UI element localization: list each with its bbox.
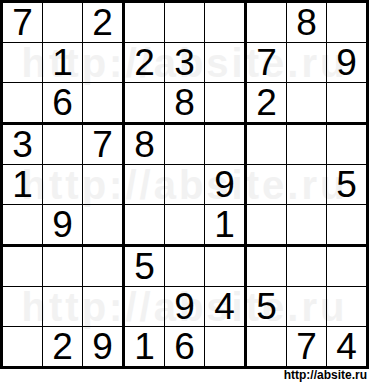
cell-r3c6[interactable] (205, 83, 247, 125)
cell-r7c7[interactable] (247, 247, 287, 287)
cell-r4c6[interactable] (205, 125, 247, 165)
cell-r1c1[interactable]: 7 (3, 3, 43, 43)
cell-r5c6[interactable]: 9 (205, 165, 247, 205)
cell-r8c5[interactable]: 9 (165, 287, 205, 327)
cell-r2c2[interactable]: 1 (43, 43, 83, 83)
cell-r2c9[interactable]: 9 (327, 43, 366, 83)
cell-r9c4[interactable]: 1 (125, 327, 165, 366)
cell-r8c9[interactable] (327, 287, 366, 327)
cell-r1c4[interactable] (125, 3, 165, 43)
cell-r3c7[interactable]: 2 (247, 83, 287, 125)
sudoku-board: http://absite.ru http://absite.ru http:/… (0, 0, 369, 369)
cell-r2c1[interactable] (3, 43, 43, 83)
cell-r8c4[interactable] (125, 287, 165, 327)
cell-r4c5[interactable] (165, 125, 205, 165)
cell-r4c9[interactable] (327, 125, 366, 165)
cell-r9c1[interactable] (3, 327, 43, 366)
cell-r2c5[interactable]: 3 (165, 43, 205, 83)
cell-r6c7[interactable] (247, 205, 287, 247)
cell-r5c1[interactable]: 1 (3, 165, 43, 205)
cell-r5c5[interactable] (165, 165, 205, 205)
cell-r6c2[interactable]: 9 (43, 205, 83, 247)
cell-r3c9[interactable] (327, 83, 366, 125)
cell-r6c1[interactable] (3, 205, 43, 247)
cell-r7c4[interactable]: 5 (125, 247, 165, 287)
cell-r6c8[interactable] (287, 205, 327, 247)
site-url-link[interactable]: http://absite.ru (284, 368, 367, 382)
sudoku-page: http://absite.ru http://absite.ru http:/… (0, 0, 369, 384)
cell-r9c5[interactable]: 6 (165, 327, 205, 366)
cell-r6c9[interactable] (327, 205, 366, 247)
cell-r8c8[interactable] (287, 287, 327, 327)
cell-r1c8[interactable]: 8 (287, 3, 327, 43)
cell-r5c7[interactable] (247, 165, 287, 205)
cell-r8c1[interactable] (3, 287, 43, 327)
cell-r4c7[interactable] (247, 125, 287, 165)
cell-r9c6[interactable] (205, 327, 247, 366)
cell-r8c3[interactable] (83, 287, 125, 327)
cell-r2c4[interactable]: 2 (125, 43, 165, 83)
cell-r9c9[interactable]: 4 (327, 327, 366, 366)
cell-r1c7[interactable] (247, 3, 287, 43)
cell-r4c4[interactable]: 8 (125, 125, 165, 165)
cell-r1c5[interactable] (165, 3, 205, 43)
cell-r7c9[interactable] (327, 247, 366, 287)
cell-r7c5[interactable] (165, 247, 205, 287)
cell-r3c4[interactable] (125, 83, 165, 125)
cell-r4c1[interactable]: 3 (3, 125, 43, 165)
cell-r9c2[interactable]: 2 (43, 327, 83, 366)
sudoku-grid: 72812379682378195915945291674 (3, 3, 366, 366)
cell-r6c6[interactable]: 1 (205, 205, 247, 247)
cell-r3c2[interactable]: 6 (43, 83, 83, 125)
cell-r3c8[interactable] (287, 83, 327, 125)
cell-r1c6[interactable] (205, 3, 247, 43)
cell-r2c8[interactable] (287, 43, 327, 83)
cell-r5c4[interactable] (125, 165, 165, 205)
cell-r7c1[interactable] (3, 247, 43, 287)
cell-r9c8[interactable]: 7 (287, 327, 327, 366)
cell-r6c3[interactable] (83, 205, 125, 247)
cell-r4c8[interactable] (287, 125, 327, 165)
cell-r5c9[interactable]: 5 (327, 165, 366, 205)
cell-r1c9[interactable] (327, 3, 366, 43)
cell-r7c3[interactable] (83, 247, 125, 287)
cell-r9c7[interactable] (247, 327, 287, 366)
cell-r6c4[interactable] (125, 205, 165, 247)
cell-r5c8[interactable] (287, 165, 327, 205)
cell-r7c2[interactable] (43, 247, 83, 287)
cell-r4c2[interactable] (43, 125, 83, 165)
cell-r2c3[interactable] (83, 43, 125, 83)
cell-r8c2[interactable] (43, 287, 83, 327)
cell-r4c3[interactable]: 7 (83, 125, 125, 165)
cell-r3c3[interactable] (83, 83, 125, 125)
cell-r1c3[interactable]: 2 (83, 3, 125, 43)
cell-r7c6[interactable] (205, 247, 247, 287)
cell-r3c1[interactable] (3, 83, 43, 125)
cell-r9c3[interactable]: 9 (83, 327, 125, 366)
cell-r3c5[interactable]: 8 (165, 83, 205, 125)
cell-r5c2[interactable] (43, 165, 83, 205)
cell-r2c7[interactable]: 7 (247, 43, 287, 83)
cell-r8c6[interactable]: 4 (205, 287, 247, 327)
cell-r5c3[interactable] (83, 165, 125, 205)
cell-r2c6[interactable] (205, 43, 247, 83)
cell-r1c2[interactable] (43, 3, 83, 43)
cell-r6c5[interactable] (165, 205, 205, 247)
cell-r7c8[interactable] (287, 247, 327, 287)
cell-r8c7[interactable]: 5 (247, 287, 287, 327)
